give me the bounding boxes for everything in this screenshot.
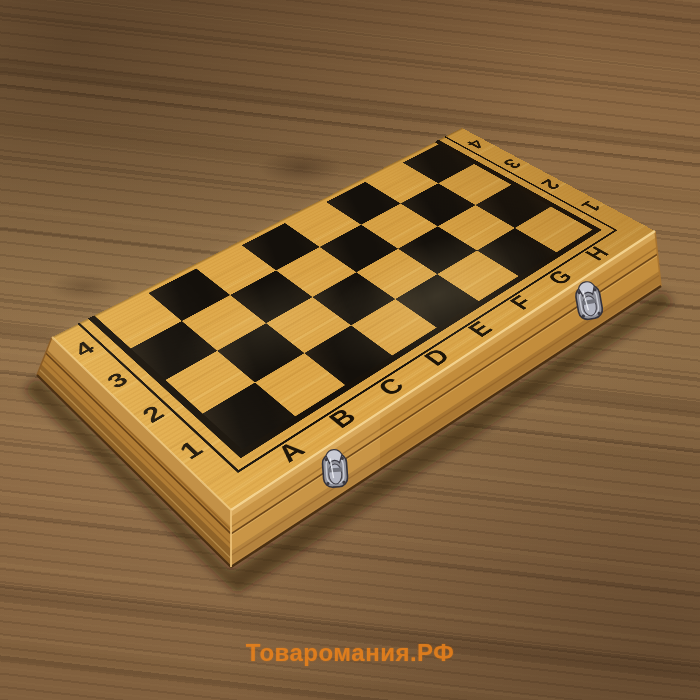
file-label-g: G (544, 267, 578, 288)
watermark-text: Товаромания.РФ (246, 639, 454, 667)
rank-label-left-4: 4 (70, 338, 99, 359)
rank-label-left-3: 3 (103, 369, 133, 392)
file-label-c: C (373, 374, 409, 399)
file-label-f: F (506, 293, 538, 313)
file-label-d: D (420, 345, 455, 369)
rank-label-left-1: 1 (175, 437, 207, 463)
scene: 43214321ABCDEFGH Товаромания.РФ (0, 0, 700, 700)
file-label-h: H (581, 244, 613, 263)
file-label-e: E (464, 318, 497, 340)
rank-label-left-2: 2 (138, 402, 169, 426)
